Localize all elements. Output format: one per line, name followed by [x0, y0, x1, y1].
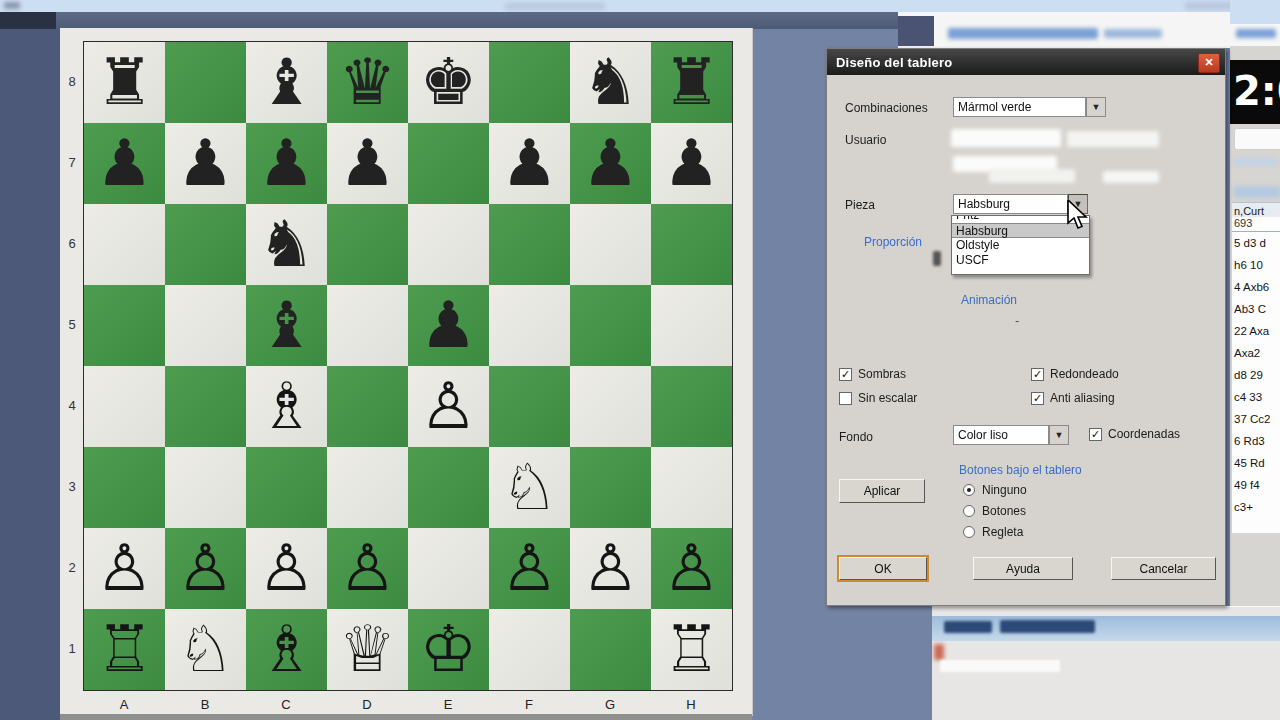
buttons-under-board-link[interactable]: Botones bajo el tablero	[959, 463, 1082, 477]
piece-white-pawn[interactable]: ♙	[663, 528, 720, 609]
notation-panel[interactable]: n,Curt 693 5 d3 d h6 10 4 Axb6 Ab3 C 22 …	[1232, 202, 1280, 533]
square-c6[interactable]: ♞	[246, 204, 327, 285]
square-d3[interactable]	[327, 447, 408, 528]
square-b6[interactable]	[165, 204, 246, 285]
background-label: Fondo	[839, 430, 873, 444]
blurred-link-text	[1236, 29, 1276, 38]
file-label-a: A	[114, 697, 134, 712]
dropdown-option[interactable]: USCF	[952, 253, 1089, 268]
player-rating-fragment: 693	[1232, 217, 1280, 232]
piece-black-rook[interactable]: ♜	[96, 42, 153, 123]
radio-buttons[interactable]: Botones	[963, 504, 1026, 518]
square-h2[interactable]: ♙	[651, 528, 732, 609]
checkbox-checked-icon[interactable]: ✓	[1031, 368, 1044, 381]
chevron-down-icon[interactable]: ▼	[1086, 97, 1106, 117]
piece-white-bishop[interactable]: ♗	[258, 609, 315, 690]
square-g5[interactable]	[570, 285, 651, 366]
move-row[interactable]: 4 Axb6	[1232, 276, 1280, 298]
square-h4[interactable]	[651, 366, 732, 447]
square-a7[interactable]: ♟	[84, 123, 165, 204]
square-d8[interactable]: ♛	[327, 42, 408, 123]
square-e1[interactable]: ♔	[408, 609, 489, 690]
move-row[interactable]: Ab3 C	[1232, 298, 1280, 320]
chevron-down-icon[interactable]: ▼	[1049, 425, 1069, 445]
no-scale-checkbox[interactable]: Sin escalar	[839, 391, 917, 405]
square-c8[interactable]: ♝	[246, 42, 327, 123]
square-c2[interactable]: ♙	[246, 528, 327, 609]
rank-label-8: 8	[64, 74, 80, 90]
shadows-checkbox[interactable]: ✓ Sombras	[839, 367, 906, 381]
blurred-link-text	[1104, 29, 1162, 38]
square-f5[interactable]	[489, 285, 570, 366]
background-window-icon	[898, 16, 934, 46]
square-a1[interactable]: ♖	[84, 609, 165, 690]
piece-black-pawn[interactable]: ♟	[177, 123, 234, 204]
square-h8[interactable]: ♜	[651, 42, 732, 123]
piece-black-pawn[interactable]: ♟	[663, 123, 720, 204]
taskbar-smudge	[4, 2, 20, 9]
app-screen: ♜♝♛♚♞♜♟♟♟♟♟♟♟♞♝♟♗♙♘♙♙♙♙♙♙♙♖♘♗♕♔♖ 8765432…	[0, 0, 1280, 720]
piece-black-knight[interactable]: ♞	[582, 42, 639, 123]
square-b8[interactable]	[165, 42, 246, 123]
move-row[interactable]: d8 29	[1232, 364, 1280, 386]
square-e4[interactable]: ♙	[408, 366, 489, 447]
blurred-row	[1234, 186, 1280, 198]
rank-label-1: 1	[64, 641, 80, 657]
square-d6[interactable]	[327, 204, 408, 285]
square-e8[interactable]: ♚	[408, 42, 489, 123]
top-taskbar	[0, 0, 1280, 12]
piece-black-bishop[interactable]: ♝	[258, 285, 315, 366]
piece-white-pawn[interactable]: ♙	[582, 528, 639, 609]
checkbox-checked-icon[interactable]: ✓	[839, 368, 852, 381]
animation-link[interactable]: Animación	[961, 293, 1017, 307]
square-d4[interactable]	[327, 366, 408, 447]
rounded-checkbox[interactable]: ✓ Redondeado	[1031, 367, 1119, 381]
cancel-button[interactable]: Cancelar	[1111, 557, 1216, 580]
move-row[interactable]: 22 Axa	[1232, 320, 1280, 342]
square-f7[interactable]: ♟	[489, 123, 570, 204]
piece-white-rook[interactable]: ♖	[96, 609, 153, 690]
piece-white-pawn[interactable]: ♙	[96, 528, 153, 609]
file-label-e: E	[438, 697, 458, 712]
piece-black-queen[interactable]: ♛	[339, 42, 396, 123]
dialog-title: Diseño del tablero	[827, 55, 952, 70]
square-c5[interactable]: ♝	[246, 285, 327, 366]
square-g2[interactable]: ♙	[570, 528, 651, 609]
square-b2[interactable]: ♙	[165, 528, 246, 609]
proportion-value-smudge	[933, 251, 941, 266]
move-row[interactable]: 45 Rd	[1232, 452, 1280, 474]
combinations-select[interactable]: Mármol verde	[953, 97, 1086, 117]
piece-select[interactable]: Habsburg	[953, 194, 1068, 214]
piece-white-pawn[interactable]: ♙	[420, 366, 477, 447]
square-g7[interactable]: ♟	[570, 123, 651, 204]
square-g8[interactable]: ♞	[570, 42, 651, 123]
square-b3[interactable]	[165, 447, 246, 528]
square-e3[interactable]	[408, 447, 489, 528]
piece-white-pawn[interactable]: ♙	[258, 528, 315, 609]
piece-white-bishop[interactable]: ♗	[258, 366, 315, 447]
help-button[interactable]: Ayuda	[973, 557, 1073, 580]
square-a3[interactable]	[84, 447, 165, 528]
checkbox-unchecked-icon[interactable]	[839, 392, 852, 405]
piece-white-queen[interactable]: ♕	[339, 609, 396, 690]
user-label: Usuario	[845, 133, 886, 147]
file-label-g: G	[600, 697, 620, 712]
square-h3[interactable]	[651, 447, 732, 528]
blurred-header-text	[944, 621, 992, 633]
piece-white-pawn[interactable]: ♙	[501, 528, 558, 609]
user-swatch[interactable]	[1067, 131, 1159, 147]
rank-label-2: 2	[64, 560, 80, 576]
square-f2[interactable]: ♙	[489, 528, 570, 609]
chess-board: ♜♝♛♚♞♜♟♟♟♟♟♟♟♞♝♟♗♙♘♙♙♙♙♙♙♙♖♘♗♕♔♖	[83, 41, 733, 691]
user-swatch[interactable]	[989, 169, 1075, 183]
square-d5[interactable]	[327, 285, 408, 366]
apply-button[interactable]: Aplicar	[839, 479, 925, 503]
square-g1[interactable]	[570, 609, 651, 690]
square-b7[interactable]: ♟	[165, 123, 246, 204]
blurred-row	[1234, 158, 1278, 166]
square-g6[interactable]	[570, 204, 651, 285]
checkbox-label: Sin escalar	[858, 391, 917, 405]
square-g3[interactable]	[570, 447, 651, 528]
square-h6[interactable]	[651, 204, 732, 285]
square-a4[interactable]	[84, 366, 165, 447]
file-label-d: D	[357, 697, 377, 712]
rank-label-4: 4	[64, 398, 80, 414]
window-menu-block	[0, 12, 56, 29]
move-row[interactable]: c4 33	[1232, 386, 1280, 408]
square-f3[interactable]: ♘	[489, 447, 570, 528]
square-b1[interactable]: ♘	[165, 609, 246, 690]
background-select[interactable]: Color liso	[953, 425, 1049, 445]
square-b4[interactable]	[165, 366, 246, 447]
dropdown-option[interactable]: Oldstyle	[952, 238, 1089, 253]
square-f1[interactable]	[489, 609, 570, 690]
taskbar-smudge	[505, 3, 605, 10]
move-row[interactable]: h6 10	[1232, 254, 1280, 276]
piece-white-knight[interactable]: ♘	[177, 609, 234, 690]
piece-black-bishop[interactable]: ♝	[258, 42, 315, 123]
piece-label: Pieza	[845, 198, 875, 212]
board-window-edge	[60, 714, 752, 720]
move-row[interactable]: Axa2	[1232, 342, 1280, 364]
player-name-fragment: n,Curt	[1232, 203, 1280, 217]
square-c3[interactable]	[246, 447, 327, 528]
piece-white-pawn[interactable]: ♙	[177, 528, 234, 609]
radio-icon[interactable]	[963, 526, 975, 538]
piece-white-king[interactable]: ♔	[420, 609, 477, 690]
piece-black-pawn[interactable]: ♟	[96, 123, 153, 204]
square-f8[interactable]	[489, 42, 570, 123]
square-d2[interactable]: ♙	[327, 528, 408, 609]
move-row[interactable]: 6 Rd3	[1232, 430, 1280, 452]
blurred-red-mark	[934, 644, 944, 660]
radio-label: Regleta	[982, 525, 1023, 539]
piece-black-pawn[interactable]: ♟	[501, 123, 558, 204]
square-h5[interactable]	[651, 285, 732, 366]
clock-button[interactable]	[1234, 128, 1280, 150]
checkbox-label: Coordenadas	[1108, 427, 1180, 441]
board-design-dialog: Diseño del tablero ✕ Combinaciones Mármo…	[826, 48, 1226, 606]
square-a2[interactable]: ♙	[84, 528, 165, 609]
piece-black-pawn[interactable]: ♟	[339, 123, 396, 204]
blurred-link-text	[948, 28, 1098, 39]
square-d1[interactable]: ♕	[327, 609, 408, 690]
board-squares: ♜♝♛♚♞♜♟♟♟♟♟♟♟♞♝♟♗♙♘♙♙♙♙♙♙♙♖♘♗♕♔♖	[84, 42, 732, 690]
piece-black-rook[interactable]: ♜	[663, 42, 720, 123]
square-a6[interactable]	[84, 204, 165, 285]
clock-time: 2:0	[1233, 68, 1280, 114]
radio-ruler[interactable]: Regleta	[963, 525, 1023, 539]
piece-black-pawn[interactable]: ♟	[420, 285, 477, 366]
square-c7[interactable]: ♟	[246, 123, 327, 204]
radio-icon[interactable]	[963, 505, 975, 517]
move-row[interactable]: 49 f4	[1232, 474, 1280, 496]
animation-slider-mark: -	[1015, 313, 1019, 328]
piece-black-pawn[interactable]: ♟	[258, 123, 315, 204]
square-a5[interactable]	[84, 285, 165, 366]
square-d7[interactable]: ♟	[327, 123, 408, 204]
radio-label: Ninguno	[982, 483, 1027, 497]
file-label-h: H	[681, 697, 701, 712]
piece-black-pawn[interactable]: ♟	[582, 123, 639, 204]
desktop-background	[0, 29, 60, 720]
proportion-link[interactable]: Proporción	[864, 235, 922, 249]
square-f6[interactable]	[489, 204, 570, 285]
piece-white-rook[interactable]: ♖	[663, 609, 720, 690]
square-c1[interactable]: ♗	[246, 609, 327, 690]
checkbox-label: Anti aliasing	[1050, 391, 1115, 405]
rank-label-7: 7	[64, 155, 80, 171]
square-e5[interactable]: ♟	[408, 285, 489, 366]
blurred-header-text	[1000, 620, 1095, 633]
square-e7[interactable]	[408, 123, 489, 204]
checkbox-label: Sombras	[858, 367, 906, 381]
move-row[interactable]: 37 Cc2	[1232, 408, 1280, 430]
radio-selected-icon[interactable]	[963, 484, 975, 496]
coordinates-checkbox[interactable]: ✓ Coordenadas	[1089, 427, 1180, 441]
piece-black-knight[interactable]: ♞	[258, 204, 315, 285]
piece-white-pawn[interactable]: ♙	[339, 528, 396, 609]
dialog-title-bar[interactable]: Diseño del tablero	[827, 49, 1225, 75]
file-label-f: F	[519, 697, 539, 712]
square-e6[interactable]	[408, 204, 489, 285]
antialiasing-checkbox[interactable]: ✓ Anti aliasing	[1031, 391, 1115, 405]
square-h7[interactable]: ♟	[651, 123, 732, 204]
chess-clock: 2:0	[1230, 60, 1280, 124]
blurred-row	[940, 660, 1060, 672]
user-swatch[interactable]	[951, 129, 1061, 147]
checkbox-label: Redondeado	[1050, 367, 1119, 381]
square-c4[interactable]: ♗	[246, 366, 327, 447]
square-f4[interactable]	[489, 366, 570, 447]
rank-label-5: 5	[64, 317, 80, 333]
file-label-c: C	[276, 697, 296, 712]
mouse-cursor	[1066, 200, 1092, 230]
user-swatch[interactable]	[1103, 171, 1159, 183]
checkbox-checked-icon[interactable]: ✓	[1089, 428, 1102, 441]
square-a8[interactable]: ♜	[84, 42, 165, 123]
piece-white-knight[interactable]: ♘	[501, 447, 558, 528]
checkbox-checked-icon[interactable]: ✓	[1031, 392, 1044, 405]
combinations-label: Combinaciones	[845, 101, 928, 115]
board-window: ♜♝♛♚♞♜♟♟♟♟♟♟♟♞♝♟♗♙♘♙♙♙♙♙♙♙♖♘♗♕♔♖ 8765432…	[60, 28, 753, 716]
radio-none[interactable]: Ninguno	[963, 483, 1027, 497]
file-label-b: B	[195, 697, 215, 712]
move-row[interactable]: c3+	[1232, 496, 1280, 518]
radio-label: Botones	[982, 504, 1026, 518]
square-e2[interactable]	[408, 528, 489, 609]
square-g4[interactable]	[570, 366, 651, 447]
rank-label-3: 3	[64, 479, 80, 495]
right-panel-top	[1230, 0, 1280, 24]
close-icon[interactable]: ✕	[1198, 53, 1220, 73]
square-b5[interactable]	[165, 285, 246, 366]
rank-label-6: 6	[64, 236, 80, 252]
square-h1[interactable]: ♖	[651, 609, 732, 690]
piece-black-king[interactable]: ♚	[420, 42, 477, 123]
ok-button[interactable]: OK	[839, 557, 927, 580]
move-row[interactable]: 5 d3 d	[1232, 232, 1280, 254]
